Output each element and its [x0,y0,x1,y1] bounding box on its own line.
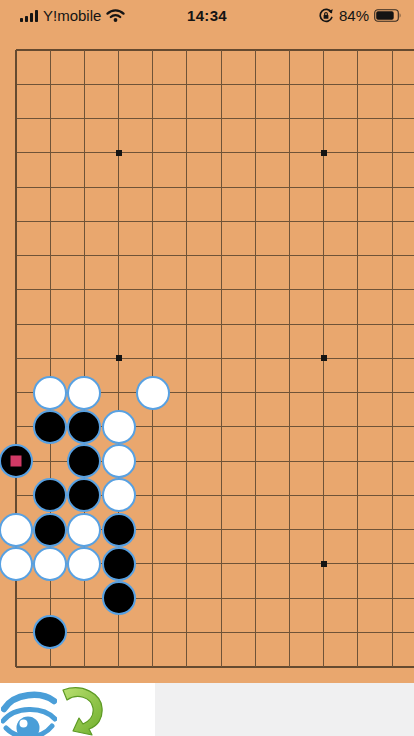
board-intersection[interactable] [341,444,375,478]
board-intersection[interactable] [204,136,238,170]
board-intersection[interactable] [409,547,414,581]
white-stone [136,376,170,410]
board-intersection[interactable] [101,444,135,478]
board-intersection[interactable] [170,273,204,307]
board-intersection[interactable] [238,238,272,272]
board-intersection[interactable] [136,615,170,649]
board-intersection[interactable] [307,375,341,409]
board-intersection[interactable] [33,273,67,307]
board-intersection[interactable] [33,238,67,272]
board-intersection[interactable] [33,204,67,238]
hoshi-point [116,355,122,361]
board-intersection[interactable] [33,341,67,375]
board-intersection[interactable] [170,33,204,67]
board-intersection[interactable] [307,238,341,272]
go-board [0,33,414,684]
board-intersection[interactable] [67,478,101,512]
board-intersection[interactable] [375,581,409,615]
board-intersection[interactable] [101,581,135,615]
board-intersection[interactable] [375,410,409,444]
board-intersection[interactable] [238,307,272,341]
board-intersection[interactable] [204,581,238,615]
board-intersection[interactable] [238,410,272,444]
board-intersection[interactable] [33,478,67,512]
board-intersection[interactable] [0,581,33,615]
board-intersection[interactable] [409,375,414,409]
board-intersection[interactable] [0,444,33,478]
eye-app-icon[interactable] [1,688,57,736]
board-intersection[interactable] [170,478,204,512]
board-intersection[interactable] [341,410,375,444]
board-intersection[interactable] [307,273,341,307]
board-intersection[interactable] [272,375,306,409]
board-intersection[interactable] [341,512,375,546]
board-intersection[interactable] [33,649,67,683]
board-intersection[interactable] [136,273,170,307]
white-stone [102,478,136,512]
board-intersection[interactable] [238,649,272,683]
battery-percent-label: 84% [339,7,369,24]
board-intersection[interactable] [101,478,135,512]
board-intersection[interactable] [170,170,204,204]
board-intersection[interactable] [170,581,204,615]
board-intersection[interactable] [170,341,204,375]
board-intersection[interactable] [375,204,409,238]
board-intersection[interactable] [136,581,170,615]
board-intersection[interactable] [33,307,67,341]
board-intersection[interactable] [272,341,306,375]
white-stone [33,376,67,410]
black-stone [33,513,67,547]
clock: 14:34 [187,7,227,24]
board-intersection[interactable] [341,307,375,341]
black-stone [102,513,136,547]
board-intersection[interactable] [170,444,204,478]
board-intersection[interactable] [238,204,272,238]
board-intersection[interactable] [33,410,67,444]
board-intersection[interactable] [204,478,238,512]
board-intersection[interactable] [409,410,414,444]
board-intersection[interactable] [101,649,135,683]
board-intersection[interactable] [272,170,306,204]
board-intersection[interactable] [375,170,409,204]
board-intersection[interactable] [67,615,101,649]
board-intersection[interactable] [101,615,135,649]
bottom-dock [0,683,414,736]
board-intersection[interactable] [375,238,409,272]
board-intersection[interactable] [341,547,375,581]
board-intersection[interactable] [307,341,341,375]
carrier-label: Y!mobile [43,7,101,24]
board-intersection[interactable] [238,136,272,170]
status-bar-left: Y!mobile [20,7,125,24]
board-intersection[interactable] [238,375,272,409]
board-intersection[interactable] [136,33,170,67]
board-intersection[interactable] [341,238,375,272]
board-intersection[interactable] [409,136,414,170]
board-intersection[interactable] [409,170,414,204]
board-intersection[interactable] [204,67,238,101]
board-intersection[interactable] [101,512,135,546]
board-intersection[interactable] [0,136,33,170]
board-intersection[interactable] [33,136,67,170]
board-intersection[interactable] [409,444,414,478]
board-intersection[interactable] [204,341,238,375]
board-intersection[interactable] [307,136,341,170]
board-intersection[interactable] [204,307,238,341]
board-intersection[interactable] [272,33,306,67]
board-intersection[interactable] [341,375,375,409]
board-intersection[interactable] [0,273,33,307]
board-intersection[interactable] [136,341,170,375]
hoshi-point [116,150,122,156]
board-intersection[interactable] [33,444,67,478]
board-intersection[interactable] [0,67,33,101]
board-intersection[interactable] [204,101,238,135]
board-intersection[interactable] [341,615,375,649]
board-intersection[interactable] [307,581,341,615]
board-intersection[interactable] [238,67,272,101]
board-intersection[interactable] [33,581,67,615]
board-intersection[interactable] [307,33,341,67]
board-intersection[interactable] [409,273,414,307]
board-intersection[interactable] [272,444,306,478]
board-intersection[interactable] [170,67,204,101]
board-intersection[interactable] [409,238,414,272]
board-intersection[interactable] [272,615,306,649]
black-stone [67,478,101,512]
board-intersection[interactable] [101,307,135,341]
board-intersection[interactable] [238,341,272,375]
board-intersection[interactable] [0,238,33,272]
board-intersection[interactable] [307,547,341,581]
board-intersection[interactable] [272,238,306,272]
white-stone [0,513,33,547]
white-stone [67,513,101,547]
board-intersection[interactable] [409,512,414,546]
board-intersection[interactable] [375,444,409,478]
board-intersection[interactable] [0,375,33,409]
board-intersection[interactable] [375,67,409,101]
white-stone [102,444,136,478]
board-intersection[interactable] [136,375,170,409]
board-intersection[interactable] [136,204,170,238]
board-intersection[interactable] [307,478,341,512]
white-stone [67,376,101,410]
hoshi-point [321,561,327,567]
board-intersection[interactable] [136,649,170,683]
board-intersection[interactable] [272,307,306,341]
board-intersection[interactable] [307,649,341,683]
board-intersection[interactable] [238,581,272,615]
board-intersection[interactable] [67,444,101,478]
board-intersection[interactable] [170,512,204,546]
board-intersection[interactable] [33,67,67,101]
board-intersection[interactable] [136,512,170,546]
board-intersection[interactable] [375,341,409,375]
board-intersection[interactable] [101,101,135,135]
board-intersection[interactable] [136,444,170,478]
board-intersection[interactable] [67,307,101,341]
board-intersection[interactable] [341,67,375,101]
status-bar-right: 84% [318,7,402,24]
board-intersection[interactable] [375,307,409,341]
board-intersection[interactable] [67,238,101,272]
board-intersection[interactable] [409,101,414,135]
wifi-icon [106,9,125,22]
board-intersection[interactable] [238,444,272,478]
board-intersection[interactable] [204,410,238,444]
board-intersection[interactable] [0,649,33,683]
board-intersection[interactable] [170,204,204,238]
black-stone [67,410,101,444]
board-intersection[interactable] [272,410,306,444]
board-intersection[interactable] [375,649,409,683]
hoshi-point [321,355,327,361]
board-intersection[interactable] [409,307,414,341]
board-intersection[interactable] [341,136,375,170]
board-intersection[interactable] [375,101,409,135]
board-intersection[interactable] [33,375,67,409]
board-intersection[interactable] [238,615,272,649]
board-intersection[interactable] [33,512,67,546]
board-intersection[interactable] [238,478,272,512]
board-intersection[interactable] [341,478,375,512]
board-intersection[interactable] [341,204,375,238]
board-intersection[interactable] [33,33,67,67]
board-intersection[interactable] [375,375,409,409]
board-intersection[interactable] [307,410,341,444]
board-intersection[interactable] [272,136,306,170]
black-stone [102,547,136,581]
green-arrow-app-icon[interactable] [56,686,104,736]
board-intersection[interactable] [307,512,341,546]
board-intersection[interactable] [33,101,67,135]
board-intersection[interactable] [33,615,67,649]
board-intersection[interactable] [204,273,238,307]
red-square-mark [11,456,22,467]
status-bar: Y!mobile 14:34 84% [0,0,414,32]
board-intersection[interactable] [409,204,414,238]
board-intersection[interactable] [136,101,170,135]
battery-icon [374,9,402,22]
board-intersection[interactable] [375,478,409,512]
board-intersection[interactable] [375,273,409,307]
board-intersection[interactable] [375,547,409,581]
board-intersection[interactable] [409,581,414,615]
board-intersection[interactable] [136,547,170,581]
board-intersection[interactable] [238,547,272,581]
white-stone [0,547,33,581]
board-intersection[interactable] [272,101,306,135]
board-intersection[interactable] [170,136,204,170]
board-intersection[interactable] [101,238,135,272]
board-intersection[interactable] [67,410,101,444]
board-intersection[interactable] [341,581,375,615]
board-intersection[interactable] [170,101,204,135]
board-intersection[interactable] [136,170,170,204]
board-intersection[interactable] [33,170,67,204]
board-intersection[interactable] [136,307,170,341]
board-intersection[interactable] [0,170,33,204]
board-intersection[interactable] [272,512,306,546]
board-intersection[interactable] [375,33,409,67]
board-intersection[interactable] [0,341,33,375]
board-intersection[interactable] [101,547,135,581]
board-intersection[interactable] [375,136,409,170]
board-intersection[interactable] [409,33,414,67]
board-intersection[interactable] [341,273,375,307]
board-intersection[interactable] [67,204,101,238]
board-intersection[interactable] [341,33,375,67]
board-intersection[interactable] [204,33,238,67]
white-stone [67,547,101,581]
board-intersection[interactable] [341,341,375,375]
board-intersection[interactable] [0,512,33,546]
black-stone [67,444,101,478]
board-intersection[interactable] [204,615,238,649]
board-intersection[interactable] [204,444,238,478]
board-intersection[interactable] [204,375,238,409]
board-intersection[interactable] [0,204,33,238]
board-intersection[interactable] [170,410,204,444]
board-intersection[interactable] [238,512,272,546]
board-intersection[interactable] [101,136,135,170]
board-intersection[interactable] [101,33,135,67]
board-intersection[interactable] [307,67,341,101]
board-intersection[interactable] [204,649,238,683]
board-intersection[interactable] [204,170,238,204]
board-intersection[interactable] [238,33,272,67]
board-intersection[interactable] [136,478,170,512]
board-intersection[interactable] [0,307,33,341]
board-intersection[interactable] [409,615,414,649]
board-intersection[interactable] [204,238,238,272]
board-intersection[interactable] [136,136,170,170]
board-intersection[interactable] [272,649,306,683]
board-intersection[interactable] [67,67,101,101]
board-intersection[interactable] [170,238,204,272]
board-intersection[interactable] [170,547,204,581]
board-intersection[interactable] [307,307,341,341]
cellular-signal-icon [20,10,38,22]
board-intersection[interactable] [0,33,33,67]
board-intersection[interactable] [409,67,414,101]
board-intersection[interactable] [341,101,375,135]
board-intersection[interactable] [101,170,135,204]
board-intersection[interactable] [307,101,341,135]
board-intersection[interactable] [341,170,375,204]
board-intersection[interactable] [0,410,33,444]
board-intersection[interactable] [238,101,272,135]
black-stone [33,410,67,444]
board-intersection[interactable] [170,649,204,683]
board-intersection[interactable] [409,341,414,375]
board-intersection[interactable] [170,375,204,409]
board-intersection[interactable] [341,649,375,683]
board-intersection[interactable] [67,33,101,67]
board-intersection[interactable] [136,238,170,272]
board-intersection[interactable] [0,615,33,649]
board-intersection[interactable] [67,273,101,307]
white-stone [33,547,67,581]
board-intersection[interactable] [307,615,341,649]
black-stone [33,478,67,512]
board-intersection[interactable] [67,547,101,581]
board-intersection[interactable] [272,547,306,581]
board-intersection[interactable] [101,410,135,444]
board-intersection[interactable] [204,547,238,581]
board-intersection[interactable] [101,273,135,307]
board-intersection[interactable] [101,67,135,101]
board-intersection[interactable] [67,512,101,546]
board-intersection[interactable] [67,136,101,170]
white-stone [102,410,136,444]
board-intersection[interactable] [101,341,135,375]
board-intersection[interactable] [272,581,306,615]
board-intersection[interactable] [409,478,414,512]
board-intersection[interactable] [67,649,101,683]
board-intersection[interactable] [272,67,306,101]
board-intersection[interactable] [238,273,272,307]
board-intersection[interactable] [307,444,341,478]
board-intersection[interactable] [204,512,238,546]
orientation-lock-icon [318,8,334,24]
board-intersection[interactable] [0,547,33,581]
board-intersection[interactable] [67,581,101,615]
board-intersection[interactable] [0,478,33,512]
board-intersection[interactable] [0,101,33,135]
board-intersection[interactable] [238,170,272,204]
board-intersection[interactable] [33,547,67,581]
board-intersection[interactable] [136,67,170,101]
board-intersection[interactable] [67,375,101,409]
board-intersection[interactable] [272,478,306,512]
board-intersection[interactable] [204,204,238,238]
black-stone [33,615,67,649]
phone-screen: Y!mobile 14:34 84% [0,0,414,736]
board-intersection[interactable] [307,170,341,204]
black-stone [0,444,33,478]
board-intersection[interactable] [307,204,341,238]
board-intersection[interactable] [136,410,170,444]
board-intersection[interactable] [375,615,409,649]
board-intersection[interactable] [101,375,135,409]
board-intersection[interactable] [170,307,204,341]
board-intersection[interactable] [409,649,414,683]
board-intersection[interactable] [272,204,306,238]
board-intersection[interactable] [101,204,135,238]
board-intersection[interactable] [272,273,306,307]
board-intersection[interactable] [67,170,101,204]
board-intersection[interactable] [170,615,204,649]
black-stone [102,581,136,615]
board-intersection[interactable] [67,101,101,135]
board-intersection[interactable] [67,341,101,375]
hoshi-point [321,150,327,156]
board-intersection[interactable] [375,512,409,546]
